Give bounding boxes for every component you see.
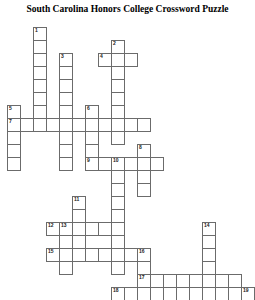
grid-cell-r8c6[interactable] — [85, 131, 99, 145]
grid-cell-r7c9[interactable] — [124, 118, 138, 132]
grid-cell-r10c6[interactable]: 9 — [85, 157, 99, 171]
grid-cell-r10c9[interactable] — [124, 157, 138, 171]
grid-cell-r20c10[interactable] — [137, 287, 151, 300]
grid-cell-r2c8[interactable] — [111, 53, 125, 67]
clue-number-4: 4 — [100, 54, 103, 59]
grid-cell-r16c4[interactable] — [59, 235, 73, 249]
grid-cell-r4c2[interactable] — [33, 79, 47, 93]
grid-cell-r6c0[interactable]: 5 — [7, 105, 21, 119]
grid-cell-r13c8[interactable] — [111, 196, 125, 210]
clue-number-10: 10 — [113, 158, 119, 163]
clue-number-2: 2 — [113, 41, 116, 46]
grid-cell-r20c11[interactable] — [150, 287, 164, 300]
grid-cell-r9c4[interactable] — [59, 144, 73, 158]
grid-cell-r11c8[interactable] — [111, 170, 125, 184]
grid-cell-r10c0[interactable] — [7, 157, 21, 171]
grid-cell-r16c5[interactable] — [72, 235, 86, 249]
grid-cell-r2c4[interactable]: 3 — [59, 53, 73, 67]
grid-cell-r7c3[interactable] — [46, 118, 60, 132]
grid-cell-r19c13[interactable] — [176, 274, 190, 288]
grid-cell-r17c6[interactable] — [85, 248, 99, 262]
grid-cell-r13c5[interactable]: 11 — [72, 196, 86, 210]
grid-cell-r20c9[interactable] — [124, 287, 138, 300]
grid-cell-r20c14[interactable] — [189, 287, 203, 300]
grid-cell-r17c3[interactable]: 15 — [46, 248, 60, 262]
grid-cell-r7c5[interactable] — [72, 118, 86, 132]
grid-cell-r15c5[interactable] — [72, 222, 86, 236]
grid-cell-r3c8[interactable] — [111, 66, 125, 80]
grid-cell-r7c7[interactable] — [98, 118, 112, 132]
grid-cell-r5c8[interactable] — [111, 92, 125, 106]
clue-number-8: 8 — [139, 145, 142, 150]
grid-cell-r7c1[interactable] — [20, 118, 34, 132]
clue-number-19: 19 — [243, 288, 249, 293]
grid-cell-r17c4[interactable] — [59, 248, 73, 262]
grid-cell-r20c15[interactable] — [202, 287, 216, 300]
grid-cell-r12c10[interactable] — [137, 183, 151, 197]
grid-cell-r9c6[interactable] — [85, 144, 99, 158]
clue-number-6: 6 — [87, 106, 90, 111]
grid-cell-r3c2[interactable] — [33, 66, 47, 80]
grid-cell-r7c10[interactable] — [137, 118, 151, 132]
clue-number-9: 9 — [87, 158, 90, 163]
grid-cell-r16c15[interactable] — [202, 235, 216, 249]
grid-cell-r15c6[interactable] — [85, 222, 99, 236]
grid-cell-r4c4[interactable] — [59, 79, 73, 93]
grid-cell-r3c4[interactable] — [59, 66, 73, 80]
grid-cell-r2c2[interactable] — [33, 53, 47, 67]
puzzle-title: South Carolina Honors College Crossword … — [0, 4, 255, 14]
grid-cell-r7c2[interactable] — [33, 118, 47, 132]
grid-cell-r6c2[interactable] — [33, 105, 47, 119]
grid-cell-r10c4[interactable] — [59, 157, 73, 171]
grid-cell-r20c17[interactable] — [228, 287, 242, 300]
grid-cell-r20c12[interactable] — [163, 287, 177, 300]
grid-cell-r18c15[interactable] — [202, 261, 216, 275]
grid-cell-r10c11[interactable] — [150, 157, 164, 171]
grid-cell-r1c2[interactable] — [33, 40, 47, 54]
grid-cell-r19c16[interactable] — [215, 274, 229, 288]
clue-number-7: 7 — [9, 119, 12, 124]
grid-cell-r14c8[interactable] — [111, 209, 125, 223]
grid-cell-r18c8[interactable] — [111, 261, 125, 275]
grid-cell-r19c10[interactable]: 17 — [137, 274, 151, 288]
clue-number-18: 18 — [113, 288, 119, 293]
grid-cell-r7c4[interactable] — [59, 118, 73, 132]
grid-cell-r17c8[interactable] — [111, 248, 125, 262]
grid-cell-r5c4[interactable] — [59, 92, 73, 106]
grid-cell-r19c14[interactable] — [189, 274, 203, 288]
grid-cell-r19c15[interactable] — [202, 274, 216, 288]
clue-number-15: 15 — [48, 249, 54, 254]
clue-number-12: 12 — [48, 223, 54, 228]
grid-cell-r5c2[interactable] — [33, 92, 47, 106]
grid-cell-r15c7[interactable] — [98, 222, 112, 236]
grid-cell-r19c12[interactable] — [163, 274, 177, 288]
clue-number-1: 1 — [35, 28, 38, 33]
grid-cell-r9c10[interactable]: 8 — [137, 144, 151, 158]
grid-cell-r17c7[interactable] — [98, 248, 112, 262]
grid-cell-r7c8[interactable] — [111, 118, 125, 132]
clue-number-16: 16 — [139, 249, 145, 254]
clue-number-17: 17 — [139, 275, 145, 280]
grid-cell-r20c18[interactable]: 19 — [241, 287, 255, 300]
grid-cell-r15c4[interactable]: 13 — [59, 222, 73, 236]
grid-cell-r17c15[interactable] — [202, 248, 216, 262]
grid-cell-r18c4[interactable] — [59, 261, 73, 275]
grid-cell-r15c15[interactable]: 14 — [202, 222, 216, 236]
grid-cell-r1c8[interactable]: 2 — [111, 40, 125, 54]
grid-cell-r7c6[interactable] — [85, 118, 99, 132]
grid-cell-r6c4[interactable] — [59, 105, 73, 119]
clue-number-11: 11 — [74, 197, 79, 202]
grid-cell-r17c10[interactable]: 16 — [137, 248, 151, 262]
grid-cell-r4c8[interactable] — [111, 79, 125, 93]
grid-cell-r14c5[interactable] — [72, 209, 86, 223]
grid-cell-r16c8[interactable] — [111, 235, 125, 249]
grid-cell-r6c8[interactable] — [111, 105, 125, 119]
grid-cell-r12c8[interactable] — [111, 183, 125, 197]
grid-cell-r8c4[interactable] — [59, 131, 73, 145]
grid-cell-r10c10[interactable] — [137, 157, 151, 171]
grid-cell-r20c16[interactable] — [215, 287, 229, 300]
grid-cell-r8c8[interactable] — [111, 131, 125, 145]
grid-cell-r15c3[interactable]: 12 — [46, 222, 60, 236]
grid-cell-r0c2[interactable]: 1 — [33, 27, 47, 41]
grid-cell-r2c9[interactable] — [124, 53, 138, 67]
grid-cell-r19c11[interactable] — [150, 274, 164, 288]
grid-cell-r20c13[interactable] — [176, 287, 190, 300]
grid-cell-r10c7[interactable] — [98, 157, 112, 171]
grid-cell-r8c0[interactable] — [7, 131, 21, 145]
crossword-grid: 12345678910111213141516171819 — [8, 28, 255, 300]
grid-cell-r9c0[interactable] — [7, 144, 21, 158]
grid-cell-r20c8[interactable]: 18 — [111, 287, 125, 300]
grid-cell-r2c7[interactable]: 4 — [98, 53, 112, 67]
grid-cell-r7c0[interactable]: 7 — [7, 118, 21, 132]
grid-cell-r11c10[interactable] — [137, 170, 151, 184]
clue-number-13: 13 — [61, 223, 67, 228]
grid-cell-r10c8[interactable]: 10 — [111, 157, 125, 171]
clue-number-5: 5 — [9, 106, 12, 111]
clue-number-14: 14 — [204, 223, 210, 228]
grid-cell-r17c5[interactable] — [72, 248, 86, 262]
clue-number-3: 3 — [61, 54, 64, 59]
grid-cell-r19c17[interactable] — [228, 274, 242, 288]
grid-cell-r18c10[interactable] — [137, 261, 151, 275]
grid-cell-r15c8[interactable] — [111, 222, 125, 236]
grid-cell-r6c6[interactable]: 6 — [85, 105, 99, 119]
grid-cell-r17c9[interactable] — [124, 248, 138, 262]
